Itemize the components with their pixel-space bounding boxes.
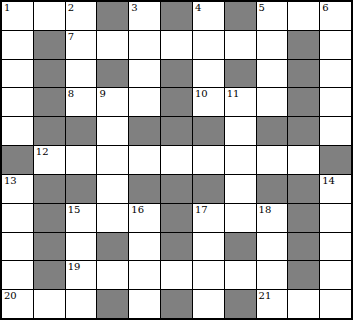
block-cell-r1c8 [225, 2, 256, 30]
block-cell-r6c11 [320, 146, 351, 174]
clue-number-2: 2 [68, 2, 74, 14]
white-cell-r7c11[interactable]: 14 [320, 175, 351, 203]
block-cell-r7c9 [257, 175, 288, 203]
white-cell-r7c4[interactable] [97, 175, 128, 203]
clue-number-4: 4 [195, 2, 201, 14]
white-cell-r4c4[interactable]: 9 [97, 88, 128, 116]
white-cell-r9c9[interactable] [257, 233, 288, 261]
white-cell-r2c7[interactable] [193, 31, 224, 59]
clue-number-3: 3 [131, 2, 137, 14]
block-cell-r11c4 [97, 290, 128, 318]
white-cell-r9c5[interactable] [129, 233, 160, 261]
block-cell-r7c5 [129, 175, 160, 203]
white-cell-r8c11[interactable] [320, 204, 351, 232]
block-cell-r9c4 [97, 233, 128, 261]
clue-number-12: 12 [36, 146, 49, 158]
clue-number-8: 8 [68, 88, 74, 100]
white-cell-r3c3[interactable] [66, 60, 97, 88]
white-cell-r1c2[interactable] [34, 2, 65, 30]
white-cell-r11c2[interactable] [34, 290, 65, 318]
block-cell-r7c2 [34, 175, 65, 203]
clue-number-6: 6 [322, 2, 328, 14]
block-cell-r9c6 [161, 233, 192, 261]
white-cell-r5c11[interactable] [320, 117, 351, 145]
white-cell-r6c3[interactable] [66, 146, 97, 174]
white-cell-r8c4[interactable] [97, 204, 128, 232]
block-cell-r11c8 [225, 290, 256, 318]
clue-number-10: 10 [195, 88, 208, 100]
white-cell-r2c8[interactable] [225, 31, 256, 59]
white-cell-r11c3[interactable] [66, 290, 97, 318]
block-cell-r3c8 [225, 60, 256, 88]
clue-number-21: 21 [259, 290, 272, 302]
white-cell-r6c5[interactable] [129, 146, 160, 174]
white-cell-r8c5[interactable]: 16 [129, 204, 160, 232]
white-cell-r10c3[interactable]: 19 [66, 261, 97, 289]
white-cell-r6c4[interactable] [97, 146, 128, 174]
white-cell-r10c9[interactable] [257, 261, 288, 289]
block-cell-r5c6 [161, 117, 192, 145]
white-cell-r4c5[interactable] [129, 88, 160, 116]
white-cell-r9c7[interactable] [193, 233, 224, 261]
clue-number-13: 13 [4, 175, 17, 187]
white-cell-r1c3[interactable]: 2 [66, 2, 97, 30]
clue-number-9: 9 [99, 88, 105, 100]
white-cell-r9c3[interactable] [66, 233, 97, 261]
white-cell-r1c9[interactable]: 5 [257, 2, 288, 30]
block-cell-r5c7 [193, 117, 224, 145]
white-cell-r1c7[interactable]: 4 [193, 2, 224, 30]
clue-number-14: 14 [322, 175, 335, 187]
block-cell-r9c8 [225, 233, 256, 261]
white-cell-r9c1[interactable] [2, 233, 33, 261]
crossword-board: 123456789101112131415161718192021 [0, 0, 353, 320]
block-cell-r9c2 [34, 233, 65, 261]
white-cell-r8c8[interactable] [225, 204, 256, 232]
block-cell-r10c2 [34, 261, 65, 289]
white-cell-r5c8[interactable] [225, 117, 256, 145]
clue-number-7: 7 [68, 31, 74, 43]
white-cell-r5c1[interactable] [2, 117, 33, 145]
block-cell-r3c4 [97, 60, 128, 88]
white-cell-r2c1[interactable] [2, 31, 33, 59]
clue-number-19: 19 [68, 261, 81, 273]
white-cell-r1c11[interactable]: 6 [320, 2, 351, 30]
white-cell-r2c6[interactable] [161, 31, 192, 59]
white-cell-r7c1[interactable]: 13 [2, 175, 33, 203]
white-cell-r11c10[interactable] [288, 290, 319, 318]
block-cell-r1c6 [161, 2, 192, 30]
clue-number-20: 20 [4, 290, 17, 302]
white-cell-r6c9[interactable] [257, 146, 288, 174]
white-cell-r11c9[interactable]: 21 [257, 290, 288, 318]
block-cell-r3c2 [34, 60, 65, 88]
white-cell-r3c5[interactable] [129, 60, 160, 88]
white-cell-r3c11[interactable] [320, 60, 351, 88]
block-cell-r4c2 [34, 88, 65, 116]
block-cell-r5c3 [66, 117, 97, 145]
white-cell-r6c6[interactable] [161, 146, 192, 174]
white-cell-r11c1[interactable]: 20 [2, 290, 33, 318]
white-cell-r1c5[interactable]: 3 [129, 2, 160, 30]
white-cell-r7c8[interactable] [225, 175, 256, 203]
block-cell-r7c7 [193, 175, 224, 203]
clue-number-18: 18 [259, 204, 272, 216]
white-cell-r10c7[interactable] [193, 261, 224, 289]
white-cell-r3c1[interactable] [2, 60, 33, 88]
white-cell-r6c7[interactable] [193, 146, 224, 174]
white-cell-r5c4[interactable] [97, 117, 128, 145]
block-cell-r2c2 [34, 31, 65, 59]
white-cell-r4c9[interactable] [257, 88, 288, 116]
white-cell-r4c8[interactable]: 11 [225, 88, 256, 116]
white-cell-r1c1[interactable]: 1 [2, 2, 33, 30]
block-cell-r4c6 [161, 88, 192, 116]
white-cell-r6c8[interactable] [225, 146, 256, 174]
white-cell-r1c10[interactable] [288, 2, 319, 30]
white-cell-r4c7[interactable]: 10 [193, 88, 224, 116]
white-cell-r4c11[interactable] [320, 88, 351, 116]
block-cell-r7c10 [288, 175, 319, 203]
block-cell-r5c9 [257, 117, 288, 145]
white-cell-r11c11[interactable] [320, 290, 351, 318]
block-cell-r11c6 [161, 290, 192, 318]
white-cell-r8c1[interactable] [2, 204, 33, 232]
clue-number-1: 1 [4, 2, 10, 14]
white-cell-r11c7[interactable] [193, 290, 224, 318]
white-cell-r10c5[interactable] [129, 261, 160, 289]
white-cell-r10c8[interactable] [225, 261, 256, 289]
block-cell-r5c2 [34, 117, 65, 145]
white-cell-r8c3[interactable]: 15 [66, 204, 97, 232]
white-cell-r10c4[interactable] [97, 261, 128, 289]
block-cell-r6c1 [2, 146, 33, 174]
white-cell-r11c5[interactable] [129, 290, 160, 318]
block-cell-r4c10 [288, 88, 319, 116]
block-cell-r10c10 [288, 261, 319, 289]
white-cell-r10c6[interactable] [161, 261, 192, 289]
block-cell-r3c10 [288, 60, 319, 88]
block-cell-r7c3 [66, 175, 97, 203]
white-cell-r8c9[interactable]: 18 [257, 204, 288, 232]
white-cell-r6c2[interactable]: 12 [34, 146, 65, 174]
block-cell-r2c10 [288, 31, 319, 59]
block-cell-r5c10 [288, 117, 319, 145]
white-cell-r4c3[interactable]: 8 [66, 88, 97, 116]
white-cell-r10c1[interactable] [2, 261, 33, 289]
clue-number-17: 17 [195, 204, 208, 216]
block-cell-r3c6 [161, 60, 192, 88]
clue-number-15: 15 [68, 204, 81, 216]
white-cell-r3c9[interactable] [257, 60, 288, 88]
white-cell-r2c5[interactable] [129, 31, 160, 59]
clue-number-16: 16 [131, 204, 144, 216]
clue-number-11: 11 [227, 88, 240, 100]
white-cell-r2c4[interactable] [97, 31, 128, 59]
white-cell-r2c3[interactable]: 7 [66, 31, 97, 59]
block-cell-r8c6 [161, 204, 192, 232]
white-cell-r2c9[interactable] [257, 31, 288, 59]
white-cell-r3c7[interactable] [193, 60, 224, 88]
block-cell-r5c5 [129, 117, 160, 145]
block-cell-r7c6 [161, 175, 192, 203]
white-cell-r9c11[interactable] [320, 233, 351, 261]
block-cell-r8c10 [288, 204, 319, 232]
block-cell-r1c4 [97, 2, 128, 30]
white-cell-r8c7[interactable]: 17 [193, 204, 224, 232]
block-cell-r8c2 [34, 204, 65, 232]
white-cell-r6c10[interactable] [288, 146, 319, 174]
white-cell-r10c11[interactable] [320, 261, 351, 289]
block-cell-r9c10 [288, 233, 319, 261]
white-cell-r2c11[interactable] [320, 31, 351, 59]
clue-number-5: 5 [259, 2, 265, 14]
white-cell-r4c1[interactable] [2, 88, 33, 116]
